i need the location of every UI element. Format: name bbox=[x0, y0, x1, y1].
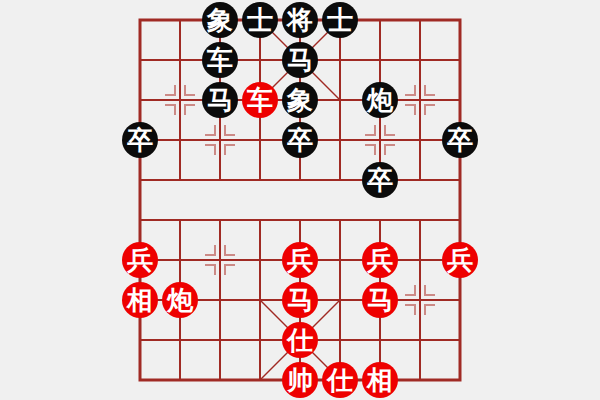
board-intersection[interactable] bbox=[160, 80, 200, 120]
board-intersection[interactable] bbox=[120, 160, 160, 200]
board-intersection[interactable]: 车 bbox=[200, 40, 240, 80]
board-intersection[interactable] bbox=[400, 200, 440, 240]
board-intersection[interactable] bbox=[240, 200, 280, 240]
piece-black-soldier[interactable]: 卒 bbox=[282, 122, 318, 158]
board-intersection[interactable] bbox=[400, 160, 440, 200]
board-intersection[interactable]: 士 bbox=[320, 0, 360, 40]
board-intersection[interactable]: 将 bbox=[280, 0, 320, 40]
board-intersection[interactable]: 士 bbox=[240, 0, 280, 40]
piece-red-horse[interactable]: 马 bbox=[282, 282, 318, 318]
piece-red-cannon[interactable]: 炮 bbox=[162, 282, 198, 318]
board-intersection[interactable] bbox=[240, 320, 280, 360]
board-intersection[interactable] bbox=[400, 120, 440, 160]
board-intersection[interactable] bbox=[280, 200, 320, 240]
board-intersection[interactable]: 卒 bbox=[360, 160, 400, 200]
board-intersection[interactable] bbox=[160, 40, 200, 80]
board-intersection[interactable] bbox=[240, 240, 280, 280]
board-intersection[interactable]: 象 bbox=[280, 80, 320, 120]
piece-red-soldier[interactable]: 兵 bbox=[442, 242, 478, 278]
piece-red-soldier[interactable]: 兵 bbox=[362, 242, 398, 278]
board-intersection[interactable] bbox=[200, 360, 240, 400]
board-intersection[interactable]: 炮 bbox=[160, 280, 200, 320]
piece-red-elephant[interactable]: 相 bbox=[362, 362, 398, 398]
board-intersection[interactable] bbox=[120, 360, 160, 400]
board-intersection[interactable] bbox=[200, 240, 240, 280]
board-intersection[interactable] bbox=[400, 40, 440, 80]
board-intersection[interactable] bbox=[320, 280, 360, 320]
board-intersection[interactable] bbox=[160, 320, 200, 360]
piece-red-advisor[interactable]: 仕 bbox=[282, 322, 318, 358]
board-intersection[interactable] bbox=[160, 360, 200, 400]
board-intersection[interactable] bbox=[200, 200, 240, 240]
board-intersection[interactable] bbox=[320, 240, 360, 280]
board-intersection[interactable]: 马 bbox=[280, 40, 320, 80]
board-intersection[interactable] bbox=[440, 320, 480, 360]
piece-red-advisor[interactable]: 仕 bbox=[322, 362, 358, 398]
board-intersection[interactable]: 仕 bbox=[320, 360, 360, 400]
board-intersection[interactable] bbox=[400, 240, 440, 280]
board-intersection[interactable] bbox=[160, 0, 200, 40]
board-intersection[interactable] bbox=[200, 280, 240, 320]
piece-black-soldier[interactable]: 卒 bbox=[362, 162, 398, 198]
board-intersection[interactable] bbox=[320, 320, 360, 360]
board-intersection[interactable] bbox=[440, 200, 480, 240]
piece-red-soldier[interactable]: 兵 bbox=[122, 242, 158, 278]
board-intersection[interactable] bbox=[440, 280, 480, 320]
board-intersection[interactable]: 卒 bbox=[440, 120, 480, 160]
board-intersection[interactable] bbox=[120, 40, 160, 80]
board-intersection[interactable] bbox=[320, 160, 360, 200]
board-intersection[interactable] bbox=[440, 360, 480, 400]
piece-red-horse[interactable]: 马 bbox=[362, 282, 398, 318]
board-intersection[interactable]: 车 bbox=[240, 80, 280, 120]
piece-red-general[interactable]: 帅 bbox=[282, 362, 318, 398]
board-intersection[interactable] bbox=[200, 320, 240, 360]
board-intersection[interactable] bbox=[400, 280, 440, 320]
board-intersection[interactable]: 兵 bbox=[440, 240, 480, 280]
board-intersection[interactable] bbox=[160, 160, 200, 200]
piece-black-horse[interactable]: 马 bbox=[202, 82, 238, 118]
xiangqi-app: 象士将士车马马车象炮卒卒卒卒兵兵兵兵相炮马马仕帅仕相 bbox=[0, 0, 600, 400]
piece-black-advisor[interactable]: 士 bbox=[322, 2, 358, 38]
board-intersection[interactable] bbox=[120, 200, 160, 240]
board-intersection[interactable] bbox=[360, 320, 400, 360]
board-intersection[interactable] bbox=[240, 120, 280, 160]
board-intersection[interactable]: 卒 bbox=[120, 120, 160, 160]
board-intersection[interactable] bbox=[320, 200, 360, 240]
board-intersection[interactable]: 马 bbox=[200, 80, 240, 120]
piece-red-soldier[interactable]: 兵 bbox=[282, 242, 318, 278]
board-intersection[interactable]: 相 bbox=[360, 360, 400, 400]
board-intersection[interactable] bbox=[200, 120, 240, 160]
board-intersection[interactable] bbox=[120, 0, 160, 40]
piece-black-general[interactable]: 将 bbox=[282, 2, 318, 38]
board-intersection[interactable] bbox=[440, 160, 480, 200]
board-grid: 象士将士车马马车象炮卒卒卒卒兵兵兵兵相炮马马仕帅仕相 bbox=[120, 0, 480, 400]
piece-black-soldier[interactable]: 卒 bbox=[122, 122, 158, 158]
board-intersection[interactable]: 帅 bbox=[280, 360, 320, 400]
board-intersection[interactable] bbox=[120, 320, 160, 360]
piece-black-elephant[interactable]: 象 bbox=[202, 2, 238, 38]
board-intersection[interactable] bbox=[320, 40, 360, 80]
board-intersection[interactable] bbox=[240, 360, 280, 400]
board-intersection[interactable]: 兵 bbox=[120, 240, 160, 280]
board-intersection[interactable] bbox=[240, 160, 280, 200]
piece-black-soldier[interactable]: 卒 bbox=[442, 122, 478, 158]
board-intersection[interactable]: 卒 bbox=[280, 120, 320, 160]
piece-black-advisor[interactable]: 士 bbox=[242, 2, 278, 38]
board-intersection[interactable] bbox=[400, 0, 440, 40]
board-intersection[interactable] bbox=[160, 120, 200, 160]
board-intersection[interactable]: 象 bbox=[200, 0, 240, 40]
board-intersection[interactable] bbox=[280, 160, 320, 200]
board-intersection[interactable]: 炮 bbox=[360, 80, 400, 120]
board-intersection[interactable]: 仕 bbox=[280, 320, 320, 360]
piece-black-elephant[interactable]: 象 bbox=[282, 82, 318, 118]
board-intersection[interactable] bbox=[160, 240, 200, 280]
board-intersection[interactable] bbox=[440, 0, 480, 40]
board-intersection[interactable]: 马 bbox=[280, 280, 320, 320]
board-intersection[interactable] bbox=[320, 80, 360, 120]
piece-red-chariot[interactable]: 车 bbox=[242, 82, 278, 118]
board-intersection[interactable] bbox=[440, 40, 480, 80]
board-intersection[interactable] bbox=[360, 40, 400, 80]
piece-black-horse[interactable]: 马 bbox=[282, 42, 318, 78]
board-intersection[interactable]: 相 bbox=[120, 280, 160, 320]
board-intersection[interactable] bbox=[400, 320, 440, 360]
piece-black-chariot[interactable]: 车 bbox=[202, 42, 238, 78]
board-intersection[interactable] bbox=[360, 0, 400, 40]
board-intersection[interactable] bbox=[320, 120, 360, 160]
board-intersection[interactable] bbox=[240, 280, 280, 320]
board-intersection[interactable] bbox=[160, 200, 200, 240]
board-intersection[interactable] bbox=[400, 360, 440, 400]
piece-red-elephant[interactable]: 相 bbox=[122, 282, 158, 318]
piece-black-cannon[interactable]: 炮 bbox=[362, 82, 398, 118]
board-intersection[interactable] bbox=[200, 160, 240, 200]
board-intersection[interactable]: 兵 bbox=[280, 240, 320, 280]
board-intersection[interactable]: 马 bbox=[360, 280, 400, 320]
board-intersection[interactable]: 兵 bbox=[360, 240, 400, 280]
board-intersection[interactable] bbox=[240, 40, 280, 80]
board-intersection[interactable] bbox=[400, 80, 440, 120]
board-intersection[interactable] bbox=[120, 80, 160, 120]
board-intersection[interactable] bbox=[360, 200, 400, 240]
board-intersection[interactable] bbox=[440, 80, 480, 120]
board-intersection[interactable] bbox=[360, 120, 400, 160]
